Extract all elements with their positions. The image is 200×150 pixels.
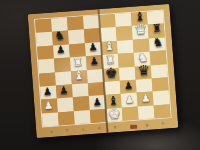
square-g7	[132, 25, 149, 40]
square-b5	[54, 58, 71, 73]
square-a3	[40, 85, 57, 100]
square-h7	[148, 24, 165, 39]
square-h6	[149, 37, 166, 52]
square-f3	[120, 80, 137, 95]
square-b4	[55, 71, 72, 86]
square-c8	[67, 16, 84, 31]
square-g8	[131, 12, 148, 27]
square-h2	[153, 90, 170, 105]
square-f2	[121, 93, 138, 108]
square-e1	[106, 107, 123, 122]
square-g5	[134, 52, 151, 67]
square-b3	[56, 84, 73, 99]
file-label-h: h	[155, 119, 172, 128]
square-f7	[116, 26, 133, 41]
file-label-c: c	[75, 125, 92, 134]
square-a2	[41, 99, 58, 114]
square-b8	[51, 17, 68, 32]
square-b2	[57, 98, 74, 113]
square-f8	[115, 13, 132, 28]
table-photo: a b c d e f g h ♝♞♛♜♟♟♝♞♜♟♜♞♝♚♛♟♟♟♟♟♝♟♟♚	[0, 0, 200, 150]
square-a1	[42, 112, 59, 127]
file-label-g: g	[139, 120, 156, 129]
square-g1	[138, 105, 155, 120]
square-c6	[69, 43, 86, 58]
file-label-b: b	[59, 126, 76, 135]
square-a5	[38, 59, 55, 74]
square-a8	[35, 19, 52, 34]
square-g6	[133, 38, 150, 53]
square-b7	[52, 31, 69, 46]
square-f1	[122, 106, 139, 121]
square-c4	[71, 70, 88, 85]
square-e2	[105, 94, 122, 109]
square-f6	[117, 39, 134, 54]
square-g3	[136, 78, 153, 93]
square-c7	[68, 30, 85, 45]
square-g2	[137, 92, 154, 107]
square-e5	[102, 54, 119, 69]
square-e3	[104, 81, 121, 96]
file-label-a: a	[43, 127, 60, 136]
file-label-d: d	[91, 124, 108, 133]
square-b1	[58, 111, 75, 126]
square-c5	[70, 56, 87, 71]
square-h8	[147, 10, 164, 25]
chess-board: a b c d e f g h ♝♞♛♜♟♟♝♞♜♟♜♞♝♚♛♟♟♟♟♟♝♟♟♚	[28, 4, 179, 138]
square-e4	[103, 67, 120, 82]
square-e6	[101, 41, 118, 56]
square-h5	[150, 50, 167, 65]
square-h4	[151, 64, 168, 79]
square-b6	[53, 44, 70, 59]
file-label-e: e	[107, 123, 124, 132]
square-h1	[154, 104, 171, 119]
square-f5	[118, 53, 135, 68]
square-a7	[36, 32, 53, 47]
square-c1	[74, 110, 91, 125]
square-a4	[39, 72, 56, 87]
square-e8	[99, 14, 116, 29]
square-f4	[119, 66, 136, 81]
square-h3	[152, 77, 169, 92]
maker-logo-mark	[130, 124, 137, 129]
square-c3	[72, 83, 89, 98]
square-g4	[135, 65, 152, 80]
square-e7	[100, 27, 117, 42]
square-c2	[73, 96, 90, 111]
square-a6	[37, 45, 54, 60]
